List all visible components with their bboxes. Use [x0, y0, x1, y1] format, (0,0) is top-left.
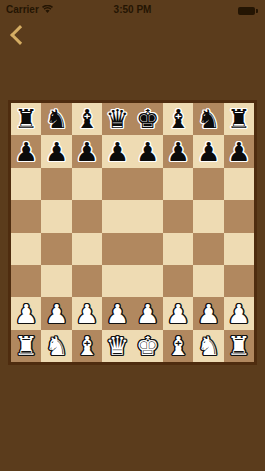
square-f4[interactable] [163, 233, 193, 265]
square-c2[interactable]: ♟ [72, 297, 102, 329]
square-e6[interactable] [133, 168, 163, 200]
white-pawn: ♟ [197, 301, 220, 327]
square-g4[interactable] [193, 233, 223, 265]
white-pawn: ♟ [75, 301, 98, 327]
black-bishop: ♝ [75, 106, 98, 132]
square-b5[interactable] [41, 200, 71, 232]
square-e3[interactable] [133, 265, 163, 297]
square-g5[interactable] [193, 200, 223, 232]
square-b3[interactable] [41, 265, 71, 297]
square-f8[interactable]: ♝ [163, 103, 193, 135]
square-e8[interactable]: ♚ [133, 103, 163, 135]
black-pawn: ♟ [75, 139, 98, 165]
white-pawn: ♟ [15, 301, 38, 327]
square-g3[interactable] [193, 265, 223, 297]
square-f3[interactable] [163, 265, 193, 297]
square-b7[interactable]: ♟ [41, 135, 71, 167]
black-pawn: ♟ [15, 139, 38, 165]
white-pawn: ♟ [106, 301, 129, 327]
black-bishop: ♝ [166, 106, 189, 132]
square-d4[interactable] [102, 233, 132, 265]
black-pawn: ♟ [136, 139, 159, 165]
square-b2[interactable]: ♟ [41, 297, 71, 329]
square-a4[interactable] [11, 233, 41, 265]
square-e7[interactable]: ♟ [133, 135, 163, 167]
square-a3[interactable] [11, 265, 41, 297]
white-bishop: ♝ [75, 333, 98, 359]
black-rook: ♜ [15, 106, 38, 132]
square-d5[interactable] [102, 200, 132, 232]
status-time: 3:50 PM [0, 4, 265, 15]
black-pawn: ♟ [227, 139, 250, 165]
black-king: ♚ [136, 106, 159, 132]
square-c8[interactable]: ♝ [72, 103, 102, 135]
status-bar: Carrier 3:50 PM [0, 0, 265, 20]
square-h7[interactable]: ♟ [224, 135, 254, 167]
square-f7[interactable]: ♟ [163, 135, 193, 167]
square-h3[interactable] [224, 265, 254, 297]
square-d8[interactable]: ♛ [102, 103, 132, 135]
chess-board: ♜♞♝♛♚♝♞♜♟♟♟♟♟♟♟♟♟♟♟♟♟♟♟♟♜♞♝♛♚♝♞♜ [8, 100, 257, 365]
square-h4[interactable] [224, 233, 254, 265]
black-queen: ♛ [106, 106, 129, 132]
square-f5[interactable] [163, 200, 193, 232]
square-f1[interactable]: ♝ [163, 330, 193, 362]
white-pawn: ♟ [166, 301, 189, 327]
square-f2[interactable]: ♟ [163, 297, 193, 329]
square-g8[interactable]: ♞ [193, 103, 223, 135]
square-c6[interactable] [72, 168, 102, 200]
square-d6[interactable] [102, 168, 132, 200]
square-c5[interactable] [72, 200, 102, 232]
battery-full-icon [238, 6, 259, 15]
black-pawn: ♟ [197, 139, 220, 165]
black-knight: ♞ [45, 106, 68, 132]
square-g2[interactable]: ♟ [193, 297, 223, 329]
square-a1[interactable]: ♜ [11, 330, 41, 362]
square-c7[interactable]: ♟ [72, 135, 102, 167]
square-g6[interactable] [193, 168, 223, 200]
square-c3[interactable] [72, 265, 102, 297]
square-b8[interactable]: ♞ [41, 103, 71, 135]
white-bishop: ♝ [166, 333, 189, 359]
white-queen: ♛ [106, 333, 129, 359]
black-pawn: ♟ [106, 139, 129, 165]
square-a8[interactable]: ♜ [11, 103, 41, 135]
square-a7[interactable]: ♟ [11, 135, 41, 167]
white-king: ♚ [136, 333, 159, 359]
chevron-left-icon [10, 25, 30, 45]
square-a2[interactable]: ♟ [11, 297, 41, 329]
black-rook: ♜ [227, 106, 250, 132]
square-a5[interactable] [11, 200, 41, 232]
square-g1[interactable]: ♞ [193, 330, 223, 362]
black-pawn: ♟ [166, 139, 189, 165]
white-knight: ♞ [197, 333, 220, 359]
white-knight: ♞ [45, 333, 68, 359]
square-h8[interactable]: ♜ [224, 103, 254, 135]
black-knight: ♞ [197, 106, 220, 132]
square-h5[interactable] [224, 200, 254, 232]
square-d1[interactable]: ♛ [102, 330, 132, 362]
square-a6[interactable] [11, 168, 41, 200]
square-e1[interactable]: ♚ [133, 330, 163, 362]
square-e4[interactable] [133, 233, 163, 265]
square-d3[interactable] [102, 265, 132, 297]
square-h1[interactable]: ♜ [224, 330, 254, 362]
white-pawn: ♟ [227, 301, 250, 327]
square-g7[interactable]: ♟ [193, 135, 223, 167]
square-d7[interactable]: ♟ [102, 135, 132, 167]
white-pawn: ♟ [45, 301, 68, 327]
square-b6[interactable] [41, 168, 71, 200]
white-pawn: ♟ [136, 301, 159, 327]
black-pawn: ♟ [45, 139, 68, 165]
square-d2[interactable]: ♟ [102, 297, 132, 329]
square-b1[interactable]: ♞ [41, 330, 71, 362]
square-h2[interactable]: ♟ [224, 297, 254, 329]
white-rook: ♜ [227, 333, 250, 359]
square-b4[interactable] [41, 233, 71, 265]
square-c4[interactable] [72, 233, 102, 265]
square-h6[interactable] [224, 168, 254, 200]
square-e2[interactable]: ♟ [133, 297, 163, 329]
back-button[interactable] [8, 22, 30, 46]
square-c1[interactable]: ♝ [72, 330, 102, 362]
white-rook: ♜ [15, 333, 38, 359]
square-f6[interactable] [163, 168, 193, 200]
square-e5[interactable] [133, 200, 163, 232]
